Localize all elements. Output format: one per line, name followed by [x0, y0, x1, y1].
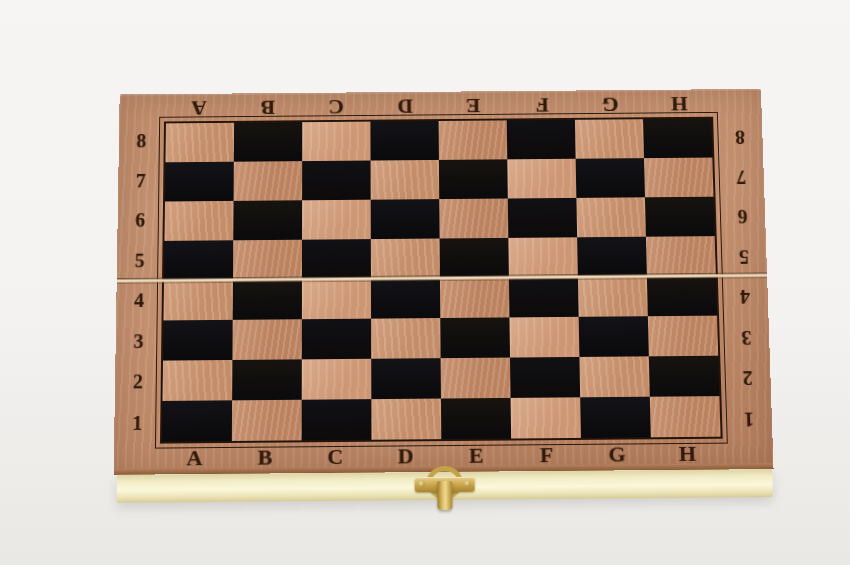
square-c2[interactable]: [302, 359, 372, 400]
square-d2[interactable]: [371, 358, 441, 399]
square-c5[interactable]: [302, 239, 371, 279]
square-d5[interactable]: [371, 239, 440, 279]
square-d3[interactable]: [371, 318, 441, 359]
square-g3[interactable]: [579, 316, 649, 357]
square-c1[interactable]: [302, 399, 372, 440]
file-label-top-h: H: [644, 91, 713, 116]
square-e6[interactable]: [439, 198, 508, 238]
square-c8[interactable]: [302, 122, 370, 162]
square-h7[interactable]: [644, 158, 714, 198]
square-f6[interactable]: [508, 198, 577, 238]
rank-label-right-1: 1: [725, 397, 772, 439]
rank-label-left-8: 8: [119, 121, 164, 161]
square-c4[interactable]: [302, 279, 371, 319]
chessboard-box: ABCDEFGH 87654321 87654321 ABCDEFGH: [110, 77, 774, 503]
clasp-tongue: [437, 481, 452, 510]
square-g8[interactable]: [575, 119, 644, 159]
pine-base: [117, 469, 773, 503]
square-f2[interactable]: [510, 357, 580, 398]
square-e4[interactable]: [440, 278, 510, 318]
square-g1[interactable]: [580, 397, 651, 438]
square-f5[interactable]: [508, 237, 578, 277]
square-h8[interactable]: [643, 119, 712, 159]
square-a5[interactable]: [164, 240, 233, 280]
board-surface: ABCDEFGH 87654321 87654321 ABCDEFGH: [114, 89, 774, 475]
square-b4[interactable]: [233, 279, 302, 319]
square-e8[interactable]: [439, 120, 508, 160]
square-e7[interactable]: [439, 159, 508, 199]
rank-label-right-3: 3: [723, 316, 770, 357]
rank-label-right-4: 4: [722, 275, 769, 316]
product-photo-background: ABCDEFGH 87654321 87654321 ABCDEFGH: [0, 0, 850, 565]
square-a1[interactable]: [162, 400, 232, 441]
square-c6[interactable]: [302, 200, 371, 240]
square-g6[interactable]: [576, 197, 646, 237]
file-label-top-a: A: [164, 95, 233, 120]
rank-label-right-6: 6: [719, 195, 765, 235]
rank-label-left-3: 3: [115, 321, 161, 362]
rank-label-left-5: 5: [117, 240, 163, 281]
square-h4[interactable]: [647, 276, 717, 316]
file-label-top-e: E: [438, 93, 507, 118]
file-label-top-c: C: [301, 94, 370, 119]
square-a8[interactable]: [165, 123, 234, 163]
square-d1[interactable]: [371, 399, 441, 440]
square-b8[interactable]: [234, 122, 302, 162]
square-e2[interactable]: [441, 358, 511, 399]
square-d8[interactable]: [370, 121, 438, 161]
square-a6[interactable]: [164, 201, 233, 241]
square-a3[interactable]: [163, 320, 233, 361]
rank-label-right-5: 5: [721, 235, 768, 276]
square-e5[interactable]: [440, 238, 509, 278]
square-f8[interactable]: [507, 120, 576, 160]
rank-label-left-2: 2: [115, 362, 161, 403]
square-a2[interactable]: [163, 360, 233, 401]
square-d6[interactable]: [371, 199, 440, 239]
rank-label-left-6: 6: [117, 201, 163, 241]
square-h5[interactable]: [646, 236, 716, 276]
square-g2[interactable]: [579, 356, 649, 397]
brass-clasp: [413, 466, 477, 519]
square-b7[interactable]: [234, 161, 303, 201]
file-labels-top: ABCDEFGH: [164, 91, 713, 120]
square-b1[interactable]: [232, 400, 302, 441]
square-b2[interactable]: [232, 359, 302, 400]
square-d7[interactable]: [371, 160, 440, 200]
square-e1[interactable]: [441, 398, 511, 439]
square-g5[interactable]: [577, 237, 647, 277]
rank-label-left-1: 1: [114, 402, 160, 444]
square-f1[interactable]: [511, 397, 581, 438]
file-label-top-f: F: [507, 92, 576, 117]
square-h3[interactable]: [648, 316, 718, 357]
square-g4[interactable]: [578, 276, 648, 316]
square-a7[interactable]: [165, 162, 234, 202]
rank-label-right-8: 8: [717, 116, 763, 156]
square-b5[interactable]: [233, 240, 302, 280]
file-label-top-d: D: [370, 94, 439, 119]
clasp-screw-right: [465, 481, 471, 487]
square-c3[interactable]: [302, 319, 371, 360]
rank-label-left-4: 4: [116, 281, 162, 322]
clasp-screw-left: [419, 481, 425, 487]
file-label-top-b: B: [233, 95, 302, 120]
square-h6[interactable]: [645, 197, 715, 237]
square-a4[interactable]: [164, 280, 233, 320]
square-b6[interactable]: [233, 200, 302, 240]
square-b3[interactable]: [232, 319, 301, 360]
rank-label-left-7: 7: [118, 161, 164, 201]
square-c7[interactable]: [302, 161, 371, 201]
square-f3[interactable]: [509, 317, 579, 358]
file-label-top-g: G: [575, 92, 644, 117]
square-d4[interactable]: [371, 278, 440, 318]
square-e3[interactable]: [440, 317, 510, 358]
rank-label-right-7: 7: [718, 156, 764, 196]
square-h2[interactable]: [649, 356, 720, 397]
square-f4[interactable]: [509, 277, 579, 317]
square-h1[interactable]: [650, 396, 721, 437]
rank-label-right-2: 2: [724, 356, 771, 397]
square-g7[interactable]: [576, 158, 645, 198]
square-f7[interactable]: [507, 159, 576, 199]
